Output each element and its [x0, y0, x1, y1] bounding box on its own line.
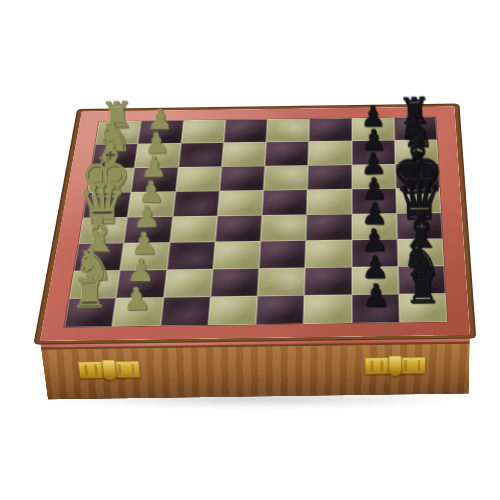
square-d4[interactable]: [215, 215, 262, 242]
square-b3[interactable]: [120, 243, 169, 271]
square-h4[interactable]: [396, 213, 442, 240]
square-f4[interactable]: [306, 214, 352, 241]
square-a4[interactable]: [78, 217, 127, 244]
square-b8[interactable]: [138, 120, 183, 144]
square-g7[interactable]: [352, 140, 395, 164]
chess-board: ♜♞♝♚♛♝♞♜♟♟♟♟♟♟♟♟♟♟♟♟♟♟♟♟♜♞♝♚♛♝♞♜: [40, 106, 470, 341]
square-g8[interactable]: [352, 117, 395, 140]
square-c4[interactable]: [169, 216, 217, 243]
square-b6[interactable]: [131, 167, 178, 192]
square-a6[interactable]: [87, 168, 135, 193]
square-e1[interactable]: [256, 295, 305, 324]
square-d6[interactable]: [219, 166, 264, 191]
square-d2[interactable]: [210, 268, 259, 296]
square-h3[interactable]: [397, 239, 444, 266]
square-h2[interactable]: [398, 266, 446, 294]
square-b7[interactable]: [135, 143, 181, 167]
square-f3[interactable]: [305, 240, 351, 267]
square-h5[interactable]: [396, 188, 441, 214]
square-e8[interactable]: [266, 119, 309, 143]
square-c5[interactable]: [172, 191, 219, 217]
square-d7[interactable]: [221, 142, 266, 166]
square-f7[interactable]: [308, 141, 351, 165]
square-c6[interactable]: [175, 166, 221, 191]
square-g5[interactable]: [352, 188, 397, 214]
square-e2[interactable]: [257, 267, 305, 295]
square-c8[interactable]: [181, 120, 226, 144]
square-g1[interactable]: [352, 294, 400, 323]
square-d5[interactable]: [217, 190, 263, 216]
square-c1[interactable]: [160, 297, 210, 326]
square-f5[interactable]: [307, 189, 352, 215]
square-h7[interactable]: [394, 140, 438, 164]
scene: ♜♞♝♚♛♝♞♜♟♟♟♟♟♟♟♟♟♟♟♟♟♟♟♟♜♞♝♚♛♝♞♜: [0, 0, 500, 500]
square-d8[interactable]: [223, 119, 267, 143]
brass-latch-right[interactable]: [364, 357, 426, 375]
square-b2[interactable]: [116, 269, 166, 297]
brass-latch-left[interactable]: [77, 361, 140, 379]
square-g2[interactable]: [352, 266, 399, 294]
square-e4[interactable]: [261, 215, 307, 242]
square-a7[interactable]: [91, 144, 138, 168]
square-b5[interactable]: [128, 191, 176, 217]
square-a5[interactable]: [83, 192, 131, 218]
square-g4[interactable]: [352, 213, 398, 240]
board-grid: [64, 117, 447, 327]
square-c3[interactable]: [166, 242, 215, 269]
square-h6[interactable]: [395, 163, 440, 188]
square-c7[interactable]: [178, 143, 223, 167]
square-a1[interactable]: [64, 298, 116, 327]
square-f8[interactable]: [309, 118, 352, 141]
square-e3[interactable]: [259, 241, 306, 268]
square-b1[interactable]: [112, 297, 163, 326]
wooden-box-front: [40, 335, 470, 398]
square-a3[interactable]: [74, 243, 124, 271]
square-a8[interactable]: [95, 121, 141, 145]
square-b4[interactable]: [124, 217, 172, 244]
square-h1[interactable]: [399, 293, 448, 322]
square-e6[interactable]: [263, 165, 308, 190]
floor-shadow: [58, 391, 458, 407]
square-e7[interactable]: [265, 142, 309, 166]
square-g3[interactable]: [352, 239, 398, 266]
square-f2[interactable]: [304, 267, 351, 295]
square-f1[interactable]: [304, 295, 352, 324]
square-e5[interactable]: [262, 190, 308, 216]
square-d1[interactable]: [208, 296, 258, 325]
square-h8[interactable]: [394, 117, 437, 140]
product-photo-stage: ♜♞♝♚♛♝♞♜♟♟♟♟♟♟♟♟♟♟♟♟♟♟♟♟♜♞♝♚♛♝♞♜: [0, 0, 500, 500]
square-a2[interactable]: [69, 270, 120, 298]
square-d3[interactable]: [213, 241, 261, 268]
square-f6[interactable]: [308, 165, 352, 190]
square-g6[interactable]: [352, 164, 396, 189]
square-c2[interactable]: [163, 269, 212, 297]
